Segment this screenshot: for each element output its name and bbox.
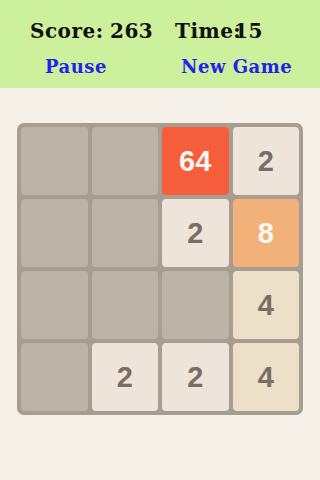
empty-cell (92, 199, 159, 267)
time-label: Time: (175, 19, 241, 43)
score-label: Score: (30, 19, 104, 43)
tile-4: 4 (233, 271, 300, 339)
empty-cell (21, 199, 88, 267)
tile-2: 2 (162, 199, 229, 267)
tile-4: 4 (233, 343, 300, 411)
empty-cell (92, 271, 159, 339)
game-board[interactable]: 642284224 (17, 123, 303, 415)
score-value: 263 (110, 19, 153, 43)
header-bar: Score: 263 Time: 15 Pause New Game (0, 0, 320, 88)
tile-2: 2 (92, 343, 159, 411)
empty-cell (92, 127, 159, 195)
empty-cell (21, 271, 88, 339)
tile-2: 2 (233, 127, 300, 195)
tile-8: 8 (233, 199, 300, 267)
new-game-button[interactable]: New Game (181, 56, 292, 78)
pause-button[interactable]: Pause (45, 56, 107, 78)
time-value: 15 (234, 19, 263, 43)
empty-cell (21, 343, 88, 411)
empty-cell (162, 271, 229, 339)
tile-2: 2 (162, 343, 229, 411)
tile-64: 64 (162, 127, 229, 195)
empty-cell (21, 127, 88, 195)
